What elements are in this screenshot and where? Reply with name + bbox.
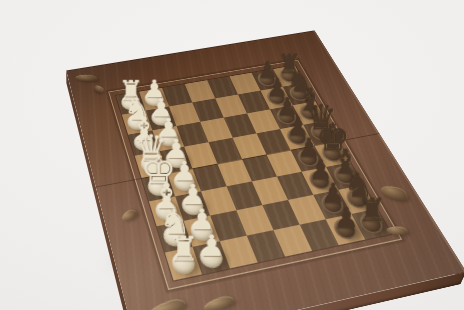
chess-board: ♜♞♝♛♚♝♞♜♟♟♟♟♟♟♟♟♟♟♟♟♟♟♟♟♜♞♝♛♚♝♞♜ — [66, 30, 464, 310]
studio-photo: ♜♞♝♛♚♝♞♜♟♟♟♟♟♟♟♟♟♟♟♟♟♟♟♟♜♞♝♛♚♝♞♜ — [0, 0, 464, 310]
bronze-clasp-left-top — [75, 74, 97, 82]
piece-glyph: ♜ — [159, 232, 209, 266]
piece-glyph: ♟ — [323, 204, 371, 232]
scene: ♜♞♝♛♚♝♞♜♟♟♟♟♟♟♟♟♟♟♟♟♟♟♟♟♜♞♝♛♚♝♞♜ — [0, 0, 464, 310]
bronze-clasp-left-top-small — [93, 84, 105, 94]
